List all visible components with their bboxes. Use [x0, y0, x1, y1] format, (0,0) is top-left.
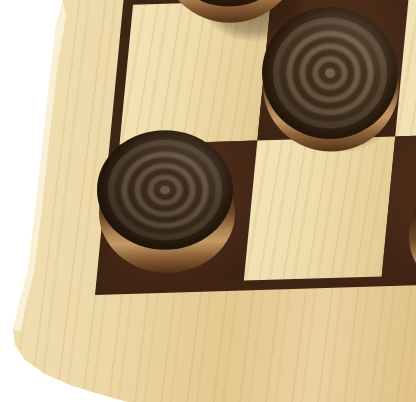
checkers-board-photo: Visible 3x3 corner region (rows top-to-b… [0, 0, 416, 402]
piece-face-rings [262, 7, 398, 139]
checker-piece-r1c1[interactable] [97, 130, 233, 250]
checker-piece-r3c1[interactable] [161, 0, 297, 7]
piece-face-rings [97, 130, 233, 250]
checker-piece-r2c2[interactable] [262, 7, 398, 139]
